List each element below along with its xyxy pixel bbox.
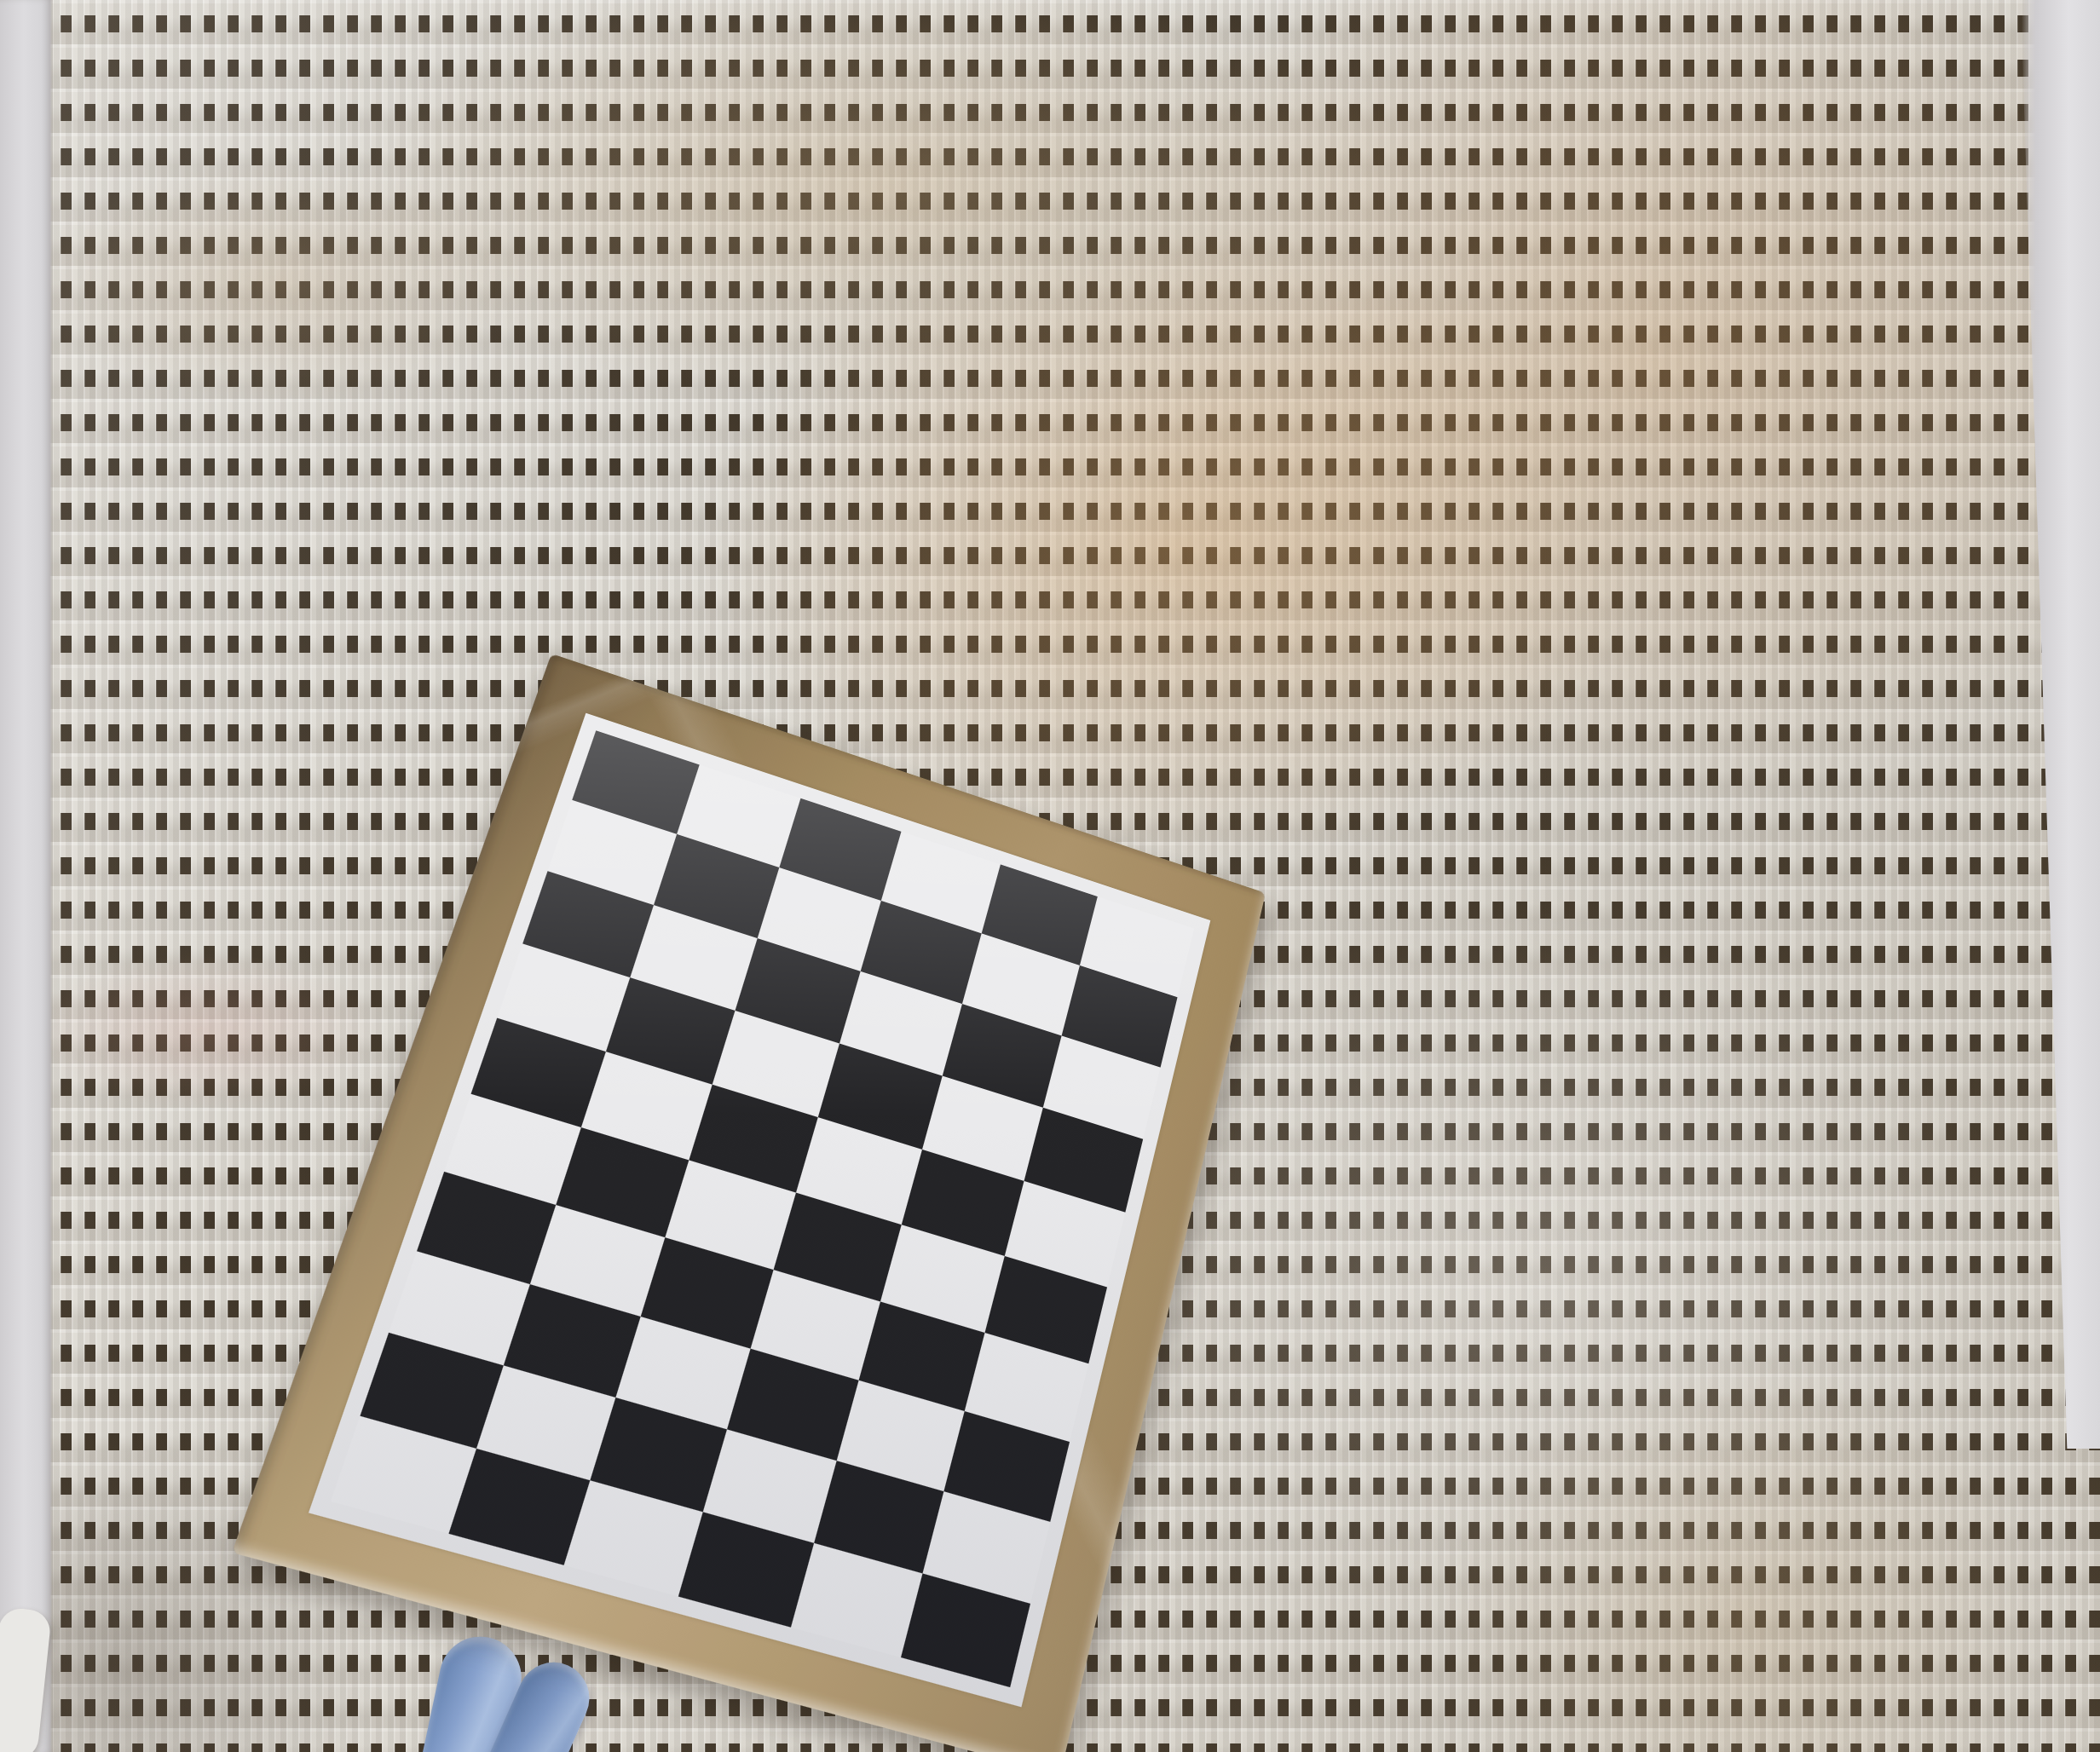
photo-canvas	[0, 0, 2100, 1752]
belt-edge-rail-left	[0, 0, 53, 1752]
